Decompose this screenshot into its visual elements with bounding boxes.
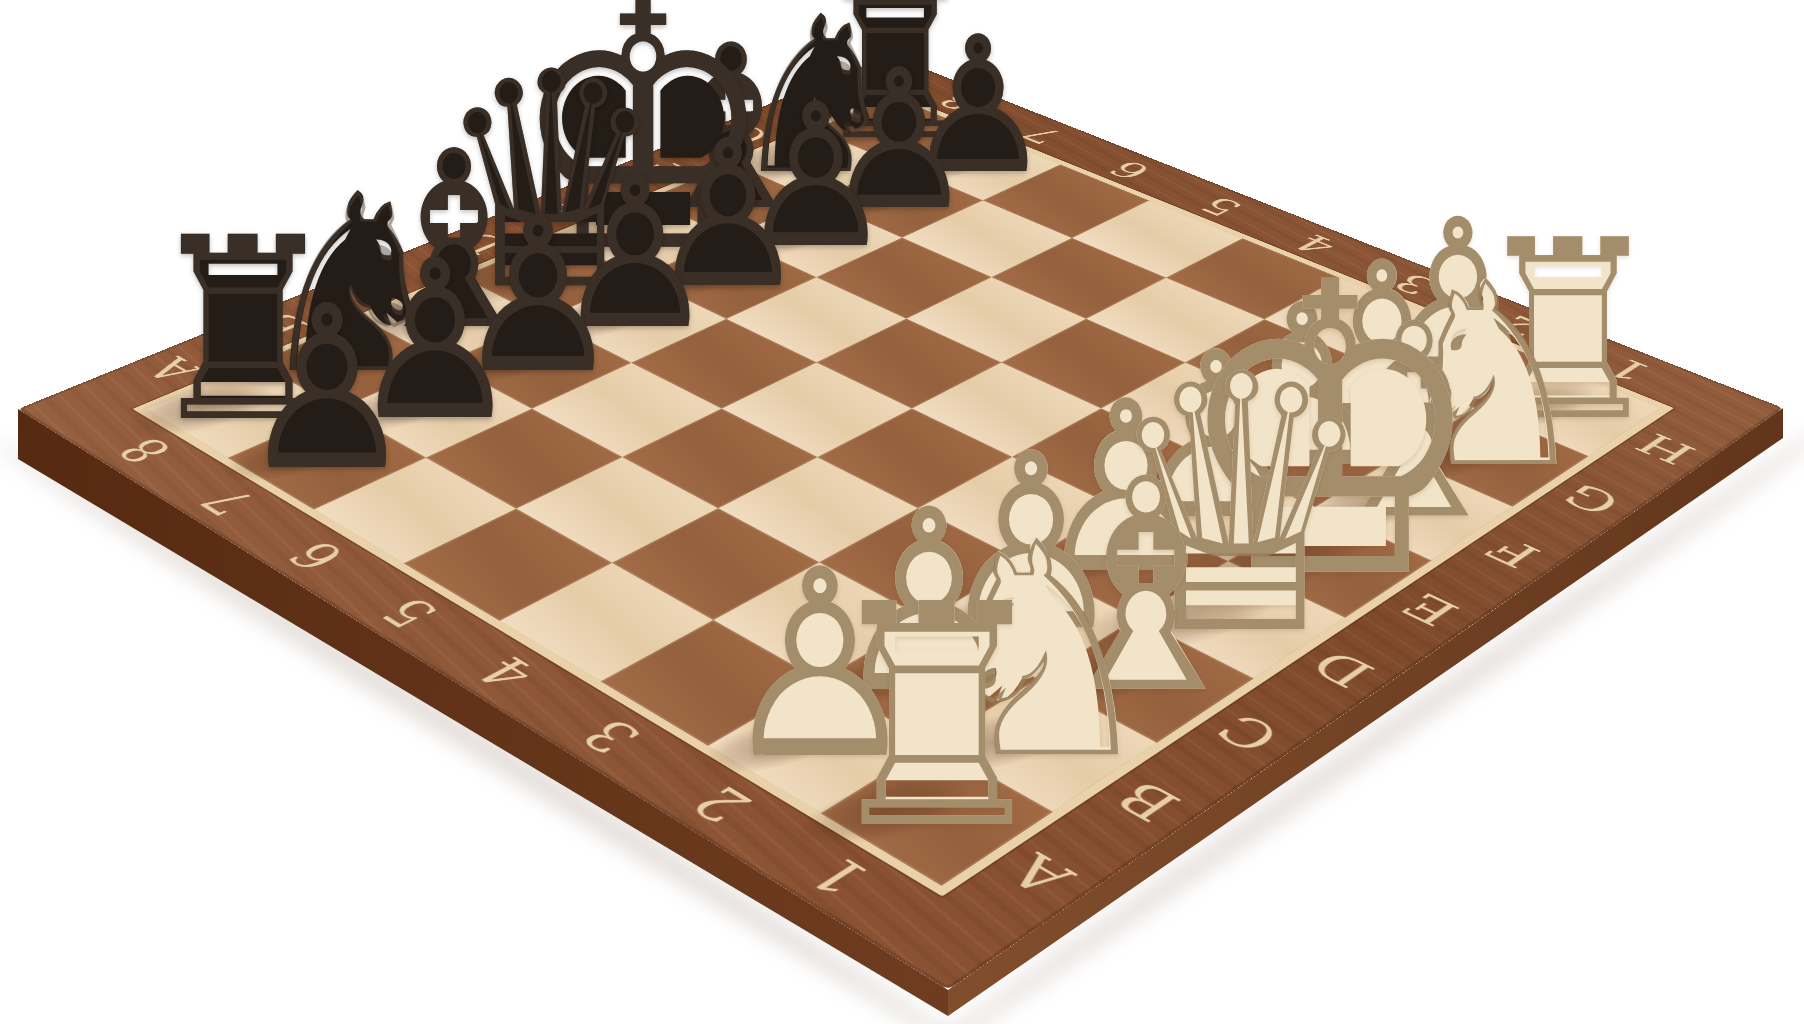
pieces-layer: ♜♖♞♘♝♗♛♕♚♔♝♗♞♘♜♖♟♙♟♙♟♙♟♙♟♙♟♙♟♙♟♙♟♙♟♙♟♙♟♙… <box>0 0 1804 1024</box>
product-photo-stage: AA88BB77CC66DD55EE44FF33GG22HH11 ♜♖♞♘♝♗♛… <box>0 0 1804 1024</box>
piece-white-rook-a1[interactable]: ♜♖ <box>817 564 1056 871</box>
piece-black-pawn-a7[interactable]: ♟♙ <box>238 275 415 501</box>
